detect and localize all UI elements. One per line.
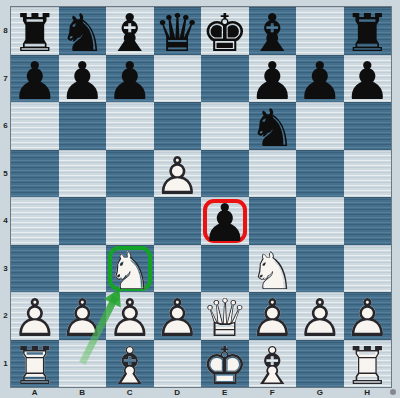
black-pawn[interactable]: ♟	[11, 55, 59, 107]
rank-label-5: 5	[0, 150, 11, 198]
square-b8[interactable]: ♞	[59, 7, 107, 55]
white-rook-outline-layer: ♖	[344, 340, 391, 392]
square-f3[interactable]: ♞♘	[249, 245, 297, 293]
chess-app: 87654321 ♜♞♝♛♚♝♜♟♟♟♟♟♟♞♟♙♟♞♘♞♘♟♙♟♙♟♙♟♙♛♕…	[0, 0, 400, 398]
square-d3[interactable]	[154, 245, 202, 293]
square-a4[interactable]	[11, 197, 59, 245]
white-pawn[interactable]: ♟♙	[154, 150, 202, 202]
white-rook-outline-layer: ♖	[11, 340, 58, 392]
white-pawn-outline-layer: ♙	[154, 292, 201, 344]
white-bishop[interactable]: ♝♗	[249, 340, 297, 392]
square-f1[interactable]: ♝♗	[249, 340, 297, 388]
chess-board[interactable]: ♜♞♝♛♚♝♜♟♟♟♟♟♟♞♟♙♟♞♘♞♘♟♙♟♙♟♙♟♙♛♕♟♙♟♙♟♙♜♖♝…	[11, 7, 391, 387]
square-c8[interactable]: ♝	[106, 7, 154, 55]
square-g2[interactable]: ♟♙	[296, 292, 344, 340]
white-pawn[interactable]: ♟♙	[59, 292, 107, 344]
white-pawn-outline-layer: ♙	[296, 292, 343, 344]
white-bishop[interactable]: ♝♗	[106, 340, 154, 392]
square-e2[interactable]: ♛♕	[201, 292, 249, 340]
square-a7[interactable]: ♟	[11, 55, 59, 103]
square-e5[interactable]	[201, 150, 249, 198]
square-f6[interactable]: ♞	[249, 102, 297, 150]
square-h1[interactable]: ♜♖	[344, 340, 392, 388]
square-d2[interactable]: ♟♙	[154, 292, 202, 340]
rank-label-7: 7	[0, 55, 11, 103]
square-f7[interactable]: ♟	[249, 55, 297, 103]
file-label-b: B	[59, 387, 107, 398]
black-pawn[interactable]: ♟	[59, 55, 107, 107]
white-king[interactable]: ♚♔	[201, 340, 249, 392]
black-queen[interactable]: ♛	[154, 7, 202, 59]
square-b3[interactable]	[59, 245, 107, 293]
square-f4[interactable]	[249, 197, 297, 245]
square-h3[interactable]	[344, 245, 392, 293]
file-label-d: D	[154, 387, 202, 398]
square-h5[interactable]	[344, 150, 392, 198]
white-pawn-outline-layer: ♙	[59, 292, 106, 344]
square-g8[interactable]	[296, 7, 344, 55]
square-b5[interactable]	[59, 150, 107, 198]
rank-label-6: 6	[0, 102, 11, 150]
white-king-outline-layer: ♔	[201, 340, 248, 392]
square-c4[interactable]	[106, 197, 154, 245]
white-bishop-outline-layer: ♗	[249, 340, 296, 392]
white-pawn-outline-layer: ♙	[154, 150, 201, 202]
square-c5[interactable]	[106, 150, 154, 198]
rank-labels: 87654321	[0, 7, 11, 387]
square-b2[interactable]: ♟♙	[59, 292, 107, 340]
square-c3[interactable]: ♞♘	[106, 245, 154, 293]
black-king[interactable]: ♚	[201, 7, 249, 59]
square-b7[interactable]: ♟	[59, 55, 107, 103]
white-pawn[interactable]: ♟♙	[296, 292, 344, 344]
white-rook[interactable]: ♜♖	[11, 340, 59, 392]
square-c1[interactable]: ♝♗	[106, 340, 154, 388]
square-a8[interactable]: ♜	[11, 7, 59, 55]
square-f8[interactable]: ♝	[249, 7, 297, 55]
square-a2[interactable]: ♟♙	[11, 292, 59, 340]
square-h8[interactable]: ♜	[344, 7, 392, 55]
square-h4[interactable]	[344, 197, 392, 245]
square-a5[interactable]	[11, 150, 59, 198]
black-pawn[interactable]: ♟	[106, 55, 154, 107]
black-pawn[interactable]: ♟	[296, 55, 344, 107]
square-g5[interactable]	[296, 150, 344, 198]
rank-label-4: 4	[0, 197, 11, 245]
square-e1[interactable]: ♚♔	[201, 340, 249, 388]
square-b4[interactable]	[59, 197, 107, 245]
square-e4[interactable]: ♟	[201, 197, 249, 245]
file-label-g: G	[296, 387, 344, 398]
square-g4[interactable]	[296, 197, 344, 245]
white-bishop-outline-layer: ♗	[106, 340, 153, 392]
square-f2[interactable]: ♟♙	[249, 292, 297, 340]
black-knight[interactable]: ♞	[249, 102, 297, 154]
square-h2[interactable]: ♟♙	[344, 292, 392, 340]
square-c2[interactable]: ♟♙	[106, 292, 154, 340]
black-pawn[interactable]: ♟	[344, 55, 392, 107]
white-rook[interactable]: ♜♖	[344, 340, 392, 392]
square-d8[interactable]: ♛	[154, 7, 202, 55]
square-d5[interactable]: ♟♙	[154, 150, 202, 198]
rank-label-3: 3	[0, 245, 11, 293]
square-e6[interactable]	[201, 102, 249, 150]
rank-label-2: 2	[0, 292, 11, 340]
square-a1[interactable]: ♜♖	[11, 340, 59, 388]
square-h7[interactable]: ♟	[344, 55, 392, 103]
square-d6[interactable]	[154, 102, 202, 150]
square-e8[interactable]: ♚	[201, 7, 249, 55]
square-g7[interactable]: ♟	[296, 55, 344, 103]
rank-label-8: 8	[0, 7, 11, 55]
black-pawn[interactable]: ♟	[201, 197, 249, 249]
square-a3[interactable]	[11, 245, 59, 293]
rank-label-1: 1	[0, 340, 11, 388]
white-pawn[interactable]: ♟♙	[154, 292, 202, 344]
square-c7[interactable]: ♟	[106, 55, 154, 103]
square-g3[interactable]	[296, 245, 344, 293]
